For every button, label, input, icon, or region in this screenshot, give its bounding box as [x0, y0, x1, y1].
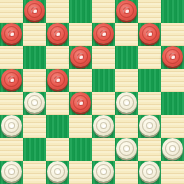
square-r5c6[interactable] [138, 115, 161, 138]
square-r0c4 [92, 0, 115, 23]
square-r2c4 [92, 46, 115, 69]
square-r7c1 [23, 161, 46, 184]
square-r5c3 [69, 115, 92, 138]
red-piece[interactable] [162, 46, 183, 67]
square-r6c2 [46, 138, 69, 161]
red-piece[interactable] [1, 69, 22, 90]
square-r4c5[interactable] [115, 92, 138, 115]
square-r4c4 [92, 92, 115, 115]
white-piece[interactable] [1, 115, 22, 136]
square-r6c7[interactable] [161, 138, 184, 161]
square-r5c0[interactable] [0, 115, 23, 138]
white-piece[interactable] [139, 161, 160, 182]
red-piece[interactable] [47, 23, 68, 44]
red-piece[interactable] [24, 0, 45, 21]
square-r7c4[interactable] [92, 161, 115, 184]
square-r2c1[interactable] [23, 46, 46, 69]
square-r1c3 [69, 23, 92, 46]
square-r0c1[interactable] [23, 0, 46, 23]
square-r7c3 [69, 161, 92, 184]
square-r3c5 [115, 69, 138, 92]
white-piece[interactable] [47, 161, 68, 182]
checkers-board [0, 0, 184, 184]
square-r4c2 [46, 92, 69, 115]
square-r0c7[interactable] [161, 0, 184, 23]
square-r2c2 [46, 46, 69, 69]
square-r6c4 [92, 138, 115, 161]
square-r7c5 [115, 161, 138, 184]
white-piece[interactable] [116, 138, 137, 159]
square-r3c2[interactable] [46, 69, 69, 92]
red-piece[interactable] [1, 23, 22, 44]
square-r4c7[interactable] [161, 92, 184, 115]
square-r2c3[interactable] [69, 46, 92, 69]
square-r1c7 [161, 23, 184, 46]
white-piece[interactable] [162, 138, 183, 159]
white-piece[interactable] [139, 115, 160, 136]
square-r7c7 [161, 161, 184, 184]
square-r1c1 [23, 23, 46, 46]
square-r3c1 [23, 69, 46, 92]
white-piece[interactable] [1, 161, 22, 182]
red-piece[interactable] [47, 69, 68, 90]
square-r0c6 [138, 0, 161, 23]
square-r0c0 [0, 0, 23, 23]
square-r4c1[interactable] [23, 92, 46, 115]
square-r3c3 [69, 69, 92, 92]
square-r1c6[interactable] [138, 23, 161, 46]
square-r1c4[interactable] [92, 23, 115, 46]
square-r4c0 [0, 92, 23, 115]
white-piece[interactable] [93, 161, 114, 182]
square-r5c7 [161, 115, 184, 138]
square-r2c5[interactable] [115, 46, 138, 69]
square-r1c2[interactable] [46, 23, 69, 46]
square-r6c1[interactable] [23, 138, 46, 161]
square-r2c0 [0, 46, 23, 69]
square-r6c0 [0, 138, 23, 161]
square-r6c5[interactable] [115, 138, 138, 161]
square-r4c3[interactable] [69, 92, 92, 115]
square-r7c6[interactable] [138, 161, 161, 184]
square-r7c0[interactable] [0, 161, 23, 184]
red-piece[interactable] [116, 0, 137, 21]
square-r7c2[interactable] [46, 161, 69, 184]
square-r6c3[interactable] [69, 138, 92, 161]
white-piece[interactable] [24, 92, 45, 113]
square-r2c7[interactable] [161, 46, 184, 69]
square-r3c7 [161, 69, 184, 92]
square-r5c2[interactable] [46, 115, 69, 138]
square-r2c6 [138, 46, 161, 69]
square-r1c5 [115, 23, 138, 46]
red-piece[interactable] [70, 92, 91, 113]
white-piece[interactable] [93, 115, 114, 136]
square-r3c6[interactable] [138, 69, 161, 92]
square-r4c6 [138, 92, 161, 115]
square-r3c0[interactable] [0, 69, 23, 92]
white-piece[interactable] [116, 92, 137, 113]
square-r5c4[interactable] [92, 115, 115, 138]
square-r6c6 [138, 138, 161, 161]
square-r5c5 [115, 115, 138, 138]
red-piece[interactable] [70, 46, 91, 67]
square-r0c5[interactable] [115, 0, 138, 23]
square-r1c0[interactable] [0, 23, 23, 46]
square-r3c4[interactable] [92, 69, 115, 92]
square-r5c1 [23, 115, 46, 138]
red-piece[interactable] [93, 23, 114, 44]
square-r0c3[interactable] [69, 0, 92, 23]
red-piece[interactable] [139, 23, 160, 44]
square-r0c2 [46, 0, 69, 23]
